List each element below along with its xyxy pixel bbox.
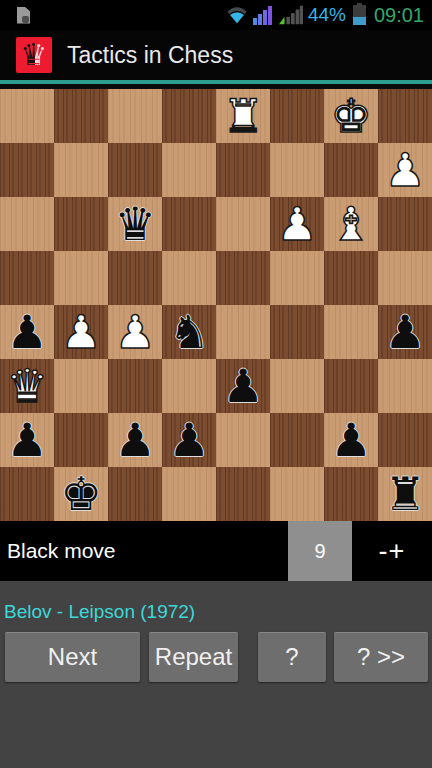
battery-icon <box>353 5 366 25</box>
stepper-minus-plus-buttons[interactable]: -+ <box>352 536 432 567</box>
square-e7[interactable] <box>216 143 270 197</box>
status-clock: 09:01 <box>374 4 424 27</box>
square-h8[interactable] <box>378 89 432 143</box>
move-counter[interactable]: 9 <box>288 521 352 581</box>
square-b6[interactable] <box>54 197 108 251</box>
square-b3[interactable] <box>54 359 108 413</box>
square-d5[interactable] <box>162 251 216 305</box>
square-d1[interactable] <box>162 467 216 521</box>
square-b5[interactable] <box>54 251 108 305</box>
square-b2[interactable] <box>54 413 108 467</box>
square-h1[interactable]: ♜ <box>378 467 432 521</box>
black-queen: ♛ <box>114 197 155 251</box>
square-c5[interactable] <box>108 251 162 305</box>
square-d8[interactable] <box>162 89 216 143</box>
square-h2[interactable] <box>378 413 432 467</box>
black-pawn: ♟ <box>330 413 371 467</box>
bottom-panel: Belov - Leipson (1972) Next Repeat ? ? >… <box>0 581 432 768</box>
repeat-button[interactable]: Repeat <box>149 632 238 682</box>
square-a6[interactable] <box>0 197 54 251</box>
black-king: ♚ <box>60 467 101 521</box>
black-knight: ♞ <box>168 305 209 359</box>
square-g6[interactable]: ♝ <box>324 197 378 251</box>
square-e5[interactable] <box>216 251 270 305</box>
square-e8[interactable]: ♜ <box>216 89 270 143</box>
square-a3[interactable]: ♛ <box>0 359 54 413</box>
square-f6[interactable]: ♟ <box>270 197 324 251</box>
black-pawn: ♟ <box>168 413 209 467</box>
square-g2[interactable]: ♟ <box>324 413 378 467</box>
white-pawn: ♟ <box>384 143 425 197</box>
square-g7[interactable] <box>324 143 378 197</box>
square-a5[interactable] <box>0 251 54 305</box>
square-d7[interactable] <box>162 143 216 197</box>
cell-signal-icon-primary <box>253 5 274 25</box>
move-turn-label: Black move <box>0 539 288 563</box>
white-pawn: ♟ <box>60 305 101 359</box>
square-d3[interactable] <box>162 359 216 413</box>
wifi-icon <box>226 5 248 25</box>
square-d4[interactable]: ♞ <box>162 305 216 359</box>
square-g3[interactable] <box>324 359 378 413</box>
square-c1[interactable] <box>108 467 162 521</box>
phone-screen: 44% 09:01 ♛ Tactics in Chess ♜♚♟♛♟♝♟♟♟♞♟… <box>0 0 432 768</box>
app-title: Tactics in Chess <box>67 42 233 69</box>
square-e6[interactable] <box>216 197 270 251</box>
black-pawn: ♟ <box>6 305 47 359</box>
white-pawn: ♟ <box>114 305 155 359</box>
square-b4[interactable]: ♟ <box>54 305 108 359</box>
square-f8[interactable] <box>270 89 324 143</box>
square-c3[interactable] <box>108 359 162 413</box>
square-f1[interactable] <box>270 467 324 521</box>
next-button[interactable]: Next <box>5 632 140 682</box>
square-h7[interactable]: ♟ <box>378 143 432 197</box>
square-a1[interactable] <box>0 467 54 521</box>
status-icons: 44% 09:01 <box>226 4 432 27</box>
white-queen: ♛ <box>6 359 47 413</box>
square-d2[interactable]: ♟ <box>162 413 216 467</box>
black-pawn: ♟ <box>222 359 263 413</box>
white-pawn: ♟ <box>276 197 317 251</box>
square-e2[interactable] <box>216 413 270 467</box>
solution-button[interactable]: ? >> <box>334 632 428 682</box>
square-d6[interactable] <box>162 197 216 251</box>
sim-card-icon <box>17 7 30 24</box>
battery-percent: 44% <box>308 4 346 26</box>
chess-board[interactable]: ♜♚♟♛♟♝♟♟♟♞♟♛♟♟♟♟♟♚♜ <box>0 89 432 521</box>
control-buttons-row: Next Repeat ? ? >> <box>0 632 432 682</box>
square-b8[interactable] <box>54 89 108 143</box>
square-e1[interactable] <box>216 467 270 521</box>
cell-signal-icon-secondary <box>279 5 303 25</box>
square-g8[interactable]: ♚ <box>324 89 378 143</box>
black-pawn: ♟ <box>384 305 425 359</box>
black-rook: ♜ <box>384 467 425 521</box>
move-status-bar: Black move 9 -+ <box>0 521 432 581</box>
puzzle-source: Belov - Leipson (1972) <box>0 581 432 623</box>
square-h6[interactable] <box>378 197 432 251</box>
square-c6[interactable]: ♛ <box>108 197 162 251</box>
white-bishop: ♝ <box>330 197 371 251</box>
square-a4[interactable]: ♟ <box>0 305 54 359</box>
square-f2[interactable] <box>270 413 324 467</box>
square-c4[interactable]: ♟ <box>108 305 162 359</box>
square-a2[interactable]: ♟ <box>0 413 54 467</box>
square-c2[interactable]: ♟ <box>108 413 162 467</box>
square-e3[interactable]: ♟ <box>216 359 270 413</box>
square-e4[interactable] <box>216 305 270 359</box>
square-g4[interactable] <box>324 305 378 359</box>
square-f7[interactable] <box>270 143 324 197</box>
white-king: ♚ <box>330 89 371 143</box>
square-f5[interactable] <box>270 251 324 305</box>
hint-button[interactable]: ? <box>258 632 326 682</box>
app-icon-queen: ♛ <box>16 37 52 73</box>
square-h3[interactable] <box>378 359 432 413</box>
app-bar: ♛ Tactics in Chess <box>0 30 432 80</box>
square-g1[interactable] <box>324 467 378 521</box>
square-a7[interactable] <box>0 143 54 197</box>
square-b7[interactable] <box>54 143 108 197</box>
black-pawn: ♟ <box>6 413 47 467</box>
black-pawn: ♟ <box>114 413 155 467</box>
square-h4[interactable]: ♟ <box>378 305 432 359</box>
square-b1[interactable]: ♚ <box>54 467 108 521</box>
square-h5[interactable] <box>378 251 432 305</box>
status-bar: 44% 09:01 <box>0 0 432 30</box>
square-c8[interactable] <box>108 89 162 143</box>
square-g5[interactable] <box>324 251 378 305</box>
square-c7[interactable] <box>108 143 162 197</box>
square-a8[interactable] <box>0 89 54 143</box>
white-rook: ♜ <box>222 89 263 143</box>
square-f3[interactable] <box>270 359 324 413</box>
square-f4[interactable] <box>270 305 324 359</box>
